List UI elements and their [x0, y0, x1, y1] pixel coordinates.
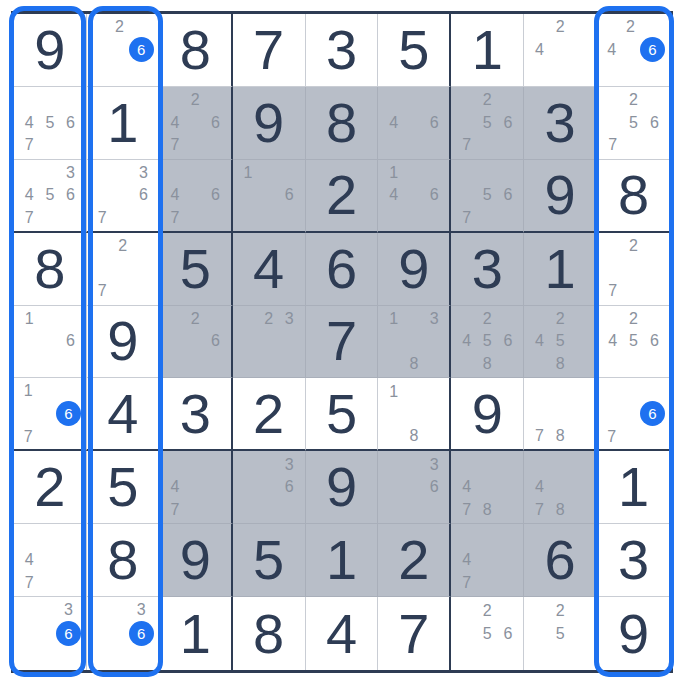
candidate-2: 2 — [623, 235, 644, 258]
empty-slot — [40, 134, 61, 157]
empty-slot — [37, 401, 55, 426]
candidate-4: 4 — [602, 330, 623, 353]
cell-r5c2[interactable]: 9 — [87, 306, 160, 379]
empty-slot — [550, 645, 571, 668]
empty-slot — [621, 401, 640, 426]
placed-digit: 1 — [451, 14, 523, 86]
empty-slot — [60, 549, 81, 572]
cell-r1c9[interactable]: 246 — [597, 14, 670, 87]
candidate-grid: 27 — [602, 235, 665, 303]
placed-digit: 1 — [524, 233, 596, 305]
cell-r9c9[interactable]: 9 — [597, 597, 670, 670]
placed-digit: 1 — [87, 87, 159, 159]
candidate-grid: 25 — [529, 599, 591, 668]
cell-r8c3[interactable]: 9 — [160, 524, 233, 597]
candidate-2: 2 — [185, 308, 205, 331]
empty-slot — [456, 112, 477, 135]
placed-digit: 7 — [378, 597, 449, 670]
candidate-slot-6: 6 — [640, 37, 665, 62]
placed-digit: 8 — [14, 233, 86, 305]
candidate-7: 7 — [92, 280, 113, 303]
candidate-grid: 2567 — [456, 89, 518, 157]
empty-slot — [644, 235, 665, 258]
cell-r2c4[interactable]: 9 — [233, 87, 306, 160]
candidate-slot-6: 6 — [56, 621, 81, 646]
cell-r3c7[interactable]: 567 — [451, 160, 524, 233]
cell-r1c7[interactable]: 1 — [451, 14, 524, 87]
empty-slot — [40, 206, 61, 228]
candidate-1: 1 — [19, 380, 37, 401]
cell-r9c3[interactable]: 1 — [160, 597, 233, 670]
candidate-grid: 26 — [92, 16, 154, 84]
placed-digit: 1 — [160, 597, 231, 670]
empty-slot — [477, 206, 498, 228]
empty-slot — [602, 112, 623, 135]
cell-r7c7[interactable]: 478 — [451, 451, 524, 524]
placed-digit: 3 — [451, 233, 523, 305]
empty-slot — [529, 308, 550, 331]
highlighted-candidate-badge: 6 — [129, 37, 154, 62]
empty-slot — [133, 257, 154, 280]
empty-slot — [529, 380, 550, 402]
candidate-3: 3 — [60, 162, 81, 184]
empty-slot — [165, 353, 185, 376]
candidate-1: 1 — [238, 162, 259, 184]
empty-slot — [644, 134, 665, 157]
empty-slot — [113, 280, 134, 303]
empty-slot — [185, 453, 205, 476]
empty-slot — [529, 645, 550, 668]
cell-r2c2[interactable]: 1 — [87, 87, 160, 160]
candidate-7: 7 — [19, 426, 37, 447]
cell-r3c2[interactable]: 367 — [87, 160, 160, 233]
candidate-5: 5 — [477, 330, 498, 353]
empty-slot — [19, 599, 37, 621]
empty-slot — [602, 353, 623, 376]
empty-slot — [40, 330, 61, 353]
cell-r3c8[interactable]: 9 — [524, 160, 597, 233]
empty-slot — [424, 425, 444, 447]
cell-r6c6[interactable]: 18 — [378, 378, 451, 451]
cell-r7c6[interactable]: 36 — [378, 451, 451, 524]
cell-r3c6[interactable]: 146 — [378, 160, 451, 233]
candidate-8: 8 — [477, 499, 498, 522]
placed-digit: 7 — [233, 14, 305, 86]
candidate-4: 4 — [165, 476, 185, 499]
cell-r5c6[interactable]: 138 — [378, 306, 451, 379]
empty-slot — [383, 206, 403, 228]
cell-r4c1[interactable]: 8 — [14, 233, 87, 306]
cell-r7c4[interactable]: 36 — [233, 451, 306, 524]
candidate-slot-6: 6 — [129, 621, 154, 646]
candidate-grid: 4567 — [19, 89, 81, 157]
empty-slot — [40, 571, 61, 594]
cell-r4c9[interactable]: 27 — [597, 233, 670, 306]
placed-digit: 9 — [524, 160, 596, 231]
empty-slot — [40, 549, 61, 572]
cell-r6c2[interactable]: 4 — [87, 378, 160, 451]
cell-r2c5[interactable]: 8 — [306, 87, 379, 160]
cell-r5c9[interactable]: 2456 — [597, 306, 670, 379]
empty-slot — [644, 308, 665, 331]
cell-r3c3[interactable]: 467 — [160, 160, 233, 233]
cell-r5c8[interactable]: 2458 — [524, 306, 597, 379]
candidate-grid: 67 — [602, 380, 665, 447]
cell-r6c4[interactable]: 2 — [233, 378, 306, 451]
cell-r2c1[interactable]: 4567 — [14, 87, 87, 160]
placed-digit: 5 — [160, 233, 231, 305]
cell-r5c3[interactable]: 26 — [160, 306, 233, 379]
empty-slot — [56, 380, 81, 401]
empty-slot — [383, 425, 403, 447]
empty-slot — [205, 476, 225, 499]
empty-slot — [92, 184, 113, 206]
placed-digit: 7 — [306, 306, 378, 378]
empty-slot — [19, 526, 40, 549]
candidate-slot-6: 6 — [56, 401, 81, 426]
empty-slot — [404, 380, 424, 402]
cell-r8c6[interactable]: 2 — [378, 524, 451, 597]
empty-slot — [424, 403, 444, 425]
empty-slot — [404, 330, 424, 353]
candidate-grid: 24568 — [456, 308, 518, 376]
placed-digit: 9 — [378, 233, 449, 305]
cell-r5c5[interactable]: 7 — [306, 306, 379, 379]
cell-r4c8[interactable]: 1 — [524, 233, 597, 306]
empty-slot — [570, 353, 591, 376]
empty-slot — [602, 380, 621, 401]
placed-digit: 9 — [160, 524, 231, 596]
cell-r1c5[interactable]: 3 — [306, 14, 379, 87]
empty-slot — [644, 89, 665, 112]
empty-slot — [404, 112, 424, 135]
cell-r3c4[interactable]: 16 — [233, 160, 306, 233]
candidate-3: 3 — [279, 308, 300, 331]
cell-r1c2[interactable]: 26 — [87, 14, 160, 87]
empty-slot — [383, 134, 403, 157]
cell-r8c4[interactable]: 5 — [233, 524, 306, 597]
empty-slot — [529, 453, 550, 476]
empty-slot — [477, 549, 498, 572]
candidate-4: 4 — [529, 39, 550, 62]
empty-slot — [498, 499, 519, 522]
candidate-4: 4 — [602, 37, 621, 62]
candidate-3: 3 — [424, 308, 444, 331]
placed-digit: 2 — [233, 378, 305, 449]
cell-r9c8[interactable]: 25 — [524, 597, 597, 670]
empty-slot — [40, 89, 61, 112]
empty-slot — [113, 257, 134, 280]
empty-slot — [129, 646, 154, 668]
candidate-4: 4 — [456, 549, 477, 572]
candidate-7: 7 — [529, 499, 550, 522]
empty-slot — [279, 353, 300, 376]
empty-slot — [570, 499, 591, 522]
highlighted-candidate-badge: 6 — [640, 37, 665, 62]
candidate-grid: 256 — [456, 599, 518, 668]
empty-slot — [185, 112, 205, 135]
placed-digit: 3 — [524, 87, 596, 159]
empty-slot — [602, 89, 623, 112]
candidate-6: 6 — [205, 112, 225, 135]
placed-digit: 5 — [378, 14, 449, 86]
candidate-6: 6 — [205, 184, 225, 206]
candidate-grid: 246 — [602, 16, 665, 84]
candidate-4: 4 — [456, 330, 477, 353]
placed-digit: 8 — [306, 87, 378, 159]
cell-r4c2[interactable]: 27 — [87, 233, 160, 306]
cell-r9c7[interactable]: 256 — [451, 597, 524, 670]
empty-slot — [238, 476, 259, 499]
cell-r6c5[interactable]: 5 — [306, 378, 379, 451]
cell-r8c9[interactable]: 3 — [597, 524, 670, 597]
cell-r1c1[interactable]: 9 — [14, 14, 87, 87]
cell-r4c3[interactable]: 5 — [160, 233, 233, 306]
empty-slot — [92, 37, 110, 62]
empty-slot — [456, 162, 477, 184]
empty-slot — [570, 599, 591, 622]
empty-slot — [205, 206, 225, 228]
empty-slot — [383, 403, 403, 425]
placed-digit: 6 — [306, 233, 378, 305]
candidate-grid: 36 — [238, 453, 300, 521]
empty-slot — [404, 134, 424, 157]
candidate-3: 3 — [279, 453, 300, 476]
empty-slot — [205, 89, 225, 112]
empty-slot — [185, 353, 205, 376]
cell-r8c5[interactable]: 1 — [306, 524, 379, 597]
candidate-6: 6 — [60, 184, 81, 206]
empty-slot — [621, 380, 640, 401]
cell-r9c4[interactable]: 8 — [233, 597, 306, 670]
cell-r7c9[interactable]: 1 — [597, 451, 670, 524]
cell-r8c2[interactable]: 8 — [87, 524, 160, 597]
cell-r5c7[interactable]: 24568 — [451, 306, 524, 379]
empty-slot — [529, 622, 550, 645]
empty-slot — [185, 134, 205, 157]
candidate-8: 8 — [550, 353, 571, 376]
cell-r5c4[interactable]: 23 — [233, 306, 306, 379]
cell-r7c2[interactable]: 5 — [87, 451, 160, 524]
empty-slot — [456, 599, 477, 622]
placed-digit: 5 — [306, 378, 378, 449]
empty-slot — [60, 353, 81, 376]
empty-slot — [258, 330, 279, 353]
empty-slot — [19, 401, 37, 426]
empty-slot — [205, 453, 225, 476]
candidate-2: 2 — [550, 16, 571, 39]
candidate-4: 4 — [19, 112, 40, 135]
empty-slot — [165, 89, 185, 112]
empty-slot — [456, 453, 477, 476]
cell-r3c5[interactable]: 2 — [306, 160, 379, 233]
empty-slot — [185, 162, 205, 184]
candidate-4: 4 — [165, 184, 185, 206]
candidate-4: 4 — [456, 476, 477, 499]
empty-slot — [602, 257, 623, 280]
empty-slot — [477, 476, 498, 499]
empty-slot — [238, 308, 259, 331]
empty-slot — [258, 162, 279, 184]
cell-r3c1[interactable]: 34567 — [14, 160, 87, 233]
empty-slot — [40, 162, 61, 184]
cell-r1c4[interactable]: 7 — [233, 14, 306, 87]
highlighted-candidate-badge: 6 — [129, 621, 154, 646]
cell-r8c7[interactable]: 47 — [451, 524, 524, 597]
empty-slot — [640, 16, 665, 37]
cell-r9c2[interactable]: 36 — [87, 597, 160, 670]
empty-slot — [404, 499, 424, 522]
empty-slot — [92, 16, 110, 37]
placed-digit: 6 — [524, 524, 596, 596]
empty-slot — [165, 308, 185, 331]
cell-r2c7[interactable]: 2567 — [451, 87, 524, 160]
cell-r5c1[interactable]: 16 — [14, 306, 87, 379]
empty-slot — [92, 162, 113, 184]
candidate-6: 6 — [498, 184, 519, 206]
cell-r7c5[interactable]: 9 — [306, 451, 379, 524]
cell-r6c7[interactable]: 9 — [451, 378, 524, 451]
candidate-2: 2 — [477, 308, 498, 331]
empty-slot — [570, 453, 591, 476]
empty-slot — [623, 134, 644, 157]
candidate-6: 6 — [279, 184, 300, 206]
cell-r4c6[interactable]: 9 — [378, 233, 451, 306]
candidate-7: 7 — [529, 425, 550, 447]
candidate-grid: 36 — [383, 453, 444, 521]
empty-slot — [570, 645, 591, 668]
empty-slot — [37, 621, 55, 646]
empty-slot — [165, 162, 185, 184]
empty-slot — [570, 330, 591, 353]
empty-slot — [56, 426, 81, 447]
candidate-6: 6 — [498, 622, 519, 645]
cell-r1c3[interactable]: 8 — [160, 14, 233, 87]
cell-r2c6[interactable]: 46 — [378, 87, 451, 160]
highlighted-candidate-badge: 6 — [56, 621, 81, 646]
candidate-3: 3 — [129, 599, 154, 621]
empty-slot — [258, 453, 279, 476]
empty-slot — [258, 476, 279, 499]
candidate-6: 6 — [424, 476, 444, 499]
cell-r6c8[interactable]: 78 — [524, 378, 597, 451]
cell-r9c5[interactable]: 4 — [306, 597, 379, 670]
empty-slot — [133, 206, 154, 228]
empty-slot — [477, 645, 498, 668]
candidate-grid: 23 — [238, 308, 300, 376]
empty-slot — [383, 499, 403, 522]
candidate-grid: 478 — [456, 453, 518, 521]
empty-slot — [205, 308, 225, 331]
cell-r7c8[interactable]: 478 — [524, 451, 597, 524]
candidate-grid: 26 — [165, 308, 226, 376]
empty-slot — [110, 62, 128, 83]
cell-r8c1[interactable]: 47 — [14, 524, 87, 597]
cell-r7c1[interactable]: 2 — [14, 451, 87, 524]
empty-slot — [113, 162, 134, 184]
empty-slot — [570, 380, 591, 402]
candidate-6: 6 — [498, 112, 519, 135]
placed-digit: 4 — [233, 233, 305, 305]
cell-r2c3[interactable]: 2467 — [160, 87, 233, 160]
empty-slot — [498, 571, 519, 594]
candidate-grid: 18 — [383, 380, 444, 447]
candidate-6: 6 — [279, 476, 300, 499]
empty-slot — [529, 403, 550, 425]
cell-r6c1[interactable]: 167 — [14, 378, 87, 451]
candidate-2: 2 — [623, 89, 644, 112]
empty-slot — [383, 353, 403, 376]
candidate-1: 1 — [383, 162, 403, 184]
empty-slot — [498, 308, 519, 331]
cell-r8c8[interactable]: 6 — [524, 524, 597, 597]
candidate-4: 4 — [165, 112, 185, 135]
empty-slot — [602, 308, 623, 331]
candidate-5: 5 — [40, 184, 61, 206]
cell-r3c9[interactable]: 8 — [597, 160, 670, 233]
cell-r2c9[interactable]: 2567 — [597, 87, 670, 160]
candidate-slot-6: 6 — [129, 37, 154, 62]
empty-slot — [404, 308, 424, 331]
placed-digit: 8 — [87, 524, 159, 596]
empty-slot — [456, 622, 477, 645]
empty-slot — [56, 646, 81, 668]
empty-slot — [477, 134, 498, 157]
empty-slot — [570, 61, 591, 84]
candidate-grid: 16 — [19, 308, 81, 376]
cell-r2c8[interactable]: 3 — [524, 87, 597, 160]
candidate-6: 6 — [60, 112, 81, 135]
candidate-grid: 78 — [529, 380, 591, 447]
cell-r4c7[interactable]: 3 — [451, 233, 524, 306]
placed-digit: 9 — [597, 597, 670, 670]
empty-slot — [570, 39, 591, 62]
cell-r1c8[interactable]: 24 — [524, 14, 597, 87]
cell-r1c6[interactable]: 5 — [378, 14, 451, 87]
cell-r9c1[interactable]: 36 — [14, 597, 87, 670]
candidate-2: 2 — [110, 16, 128, 37]
cell-r4c5[interactable]: 6 — [306, 233, 379, 306]
cell-r6c3[interactable]: 3 — [160, 378, 233, 451]
candidate-slot-6: 6 — [640, 401, 665, 426]
candidate-2: 2 — [623, 308, 644, 331]
candidate-grid: 167 — [19, 380, 81, 447]
empty-slot — [456, 308, 477, 331]
empty-slot — [92, 599, 110, 621]
empty-slot — [404, 476, 424, 499]
empty-slot — [383, 476, 403, 499]
placed-digit: 8 — [160, 14, 231, 86]
placed-digit: 1 — [597, 451, 670, 523]
cell-r9c6[interactable]: 7 — [378, 597, 451, 670]
cell-r6c9[interactable]: 67 — [597, 378, 670, 451]
placed-digit: 2 — [378, 524, 449, 596]
empty-slot — [498, 476, 519, 499]
empty-slot — [640, 380, 665, 401]
candidate-6: 6 — [644, 112, 665, 135]
cell-r4c4[interactable]: 4 — [233, 233, 306, 306]
candidate-2: 2 — [258, 308, 279, 331]
candidate-5: 5 — [477, 622, 498, 645]
placed-digit: 9 — [87, 306, 159, 378]
cell-r7c3[interactable]: 47 — [160, 451, 233, 524]
empty-slot — [602, 16, 621, 37]
candidate-6: 6 — [644, 330, 665, 353]
empty-slot — [550, 380, 571, 402]
candidate-grid: 478 — [529, 453, 591, 521]
empty-slot — [529, 353, 550, 376]
empty-slot — [185, 184, 205, 206]
